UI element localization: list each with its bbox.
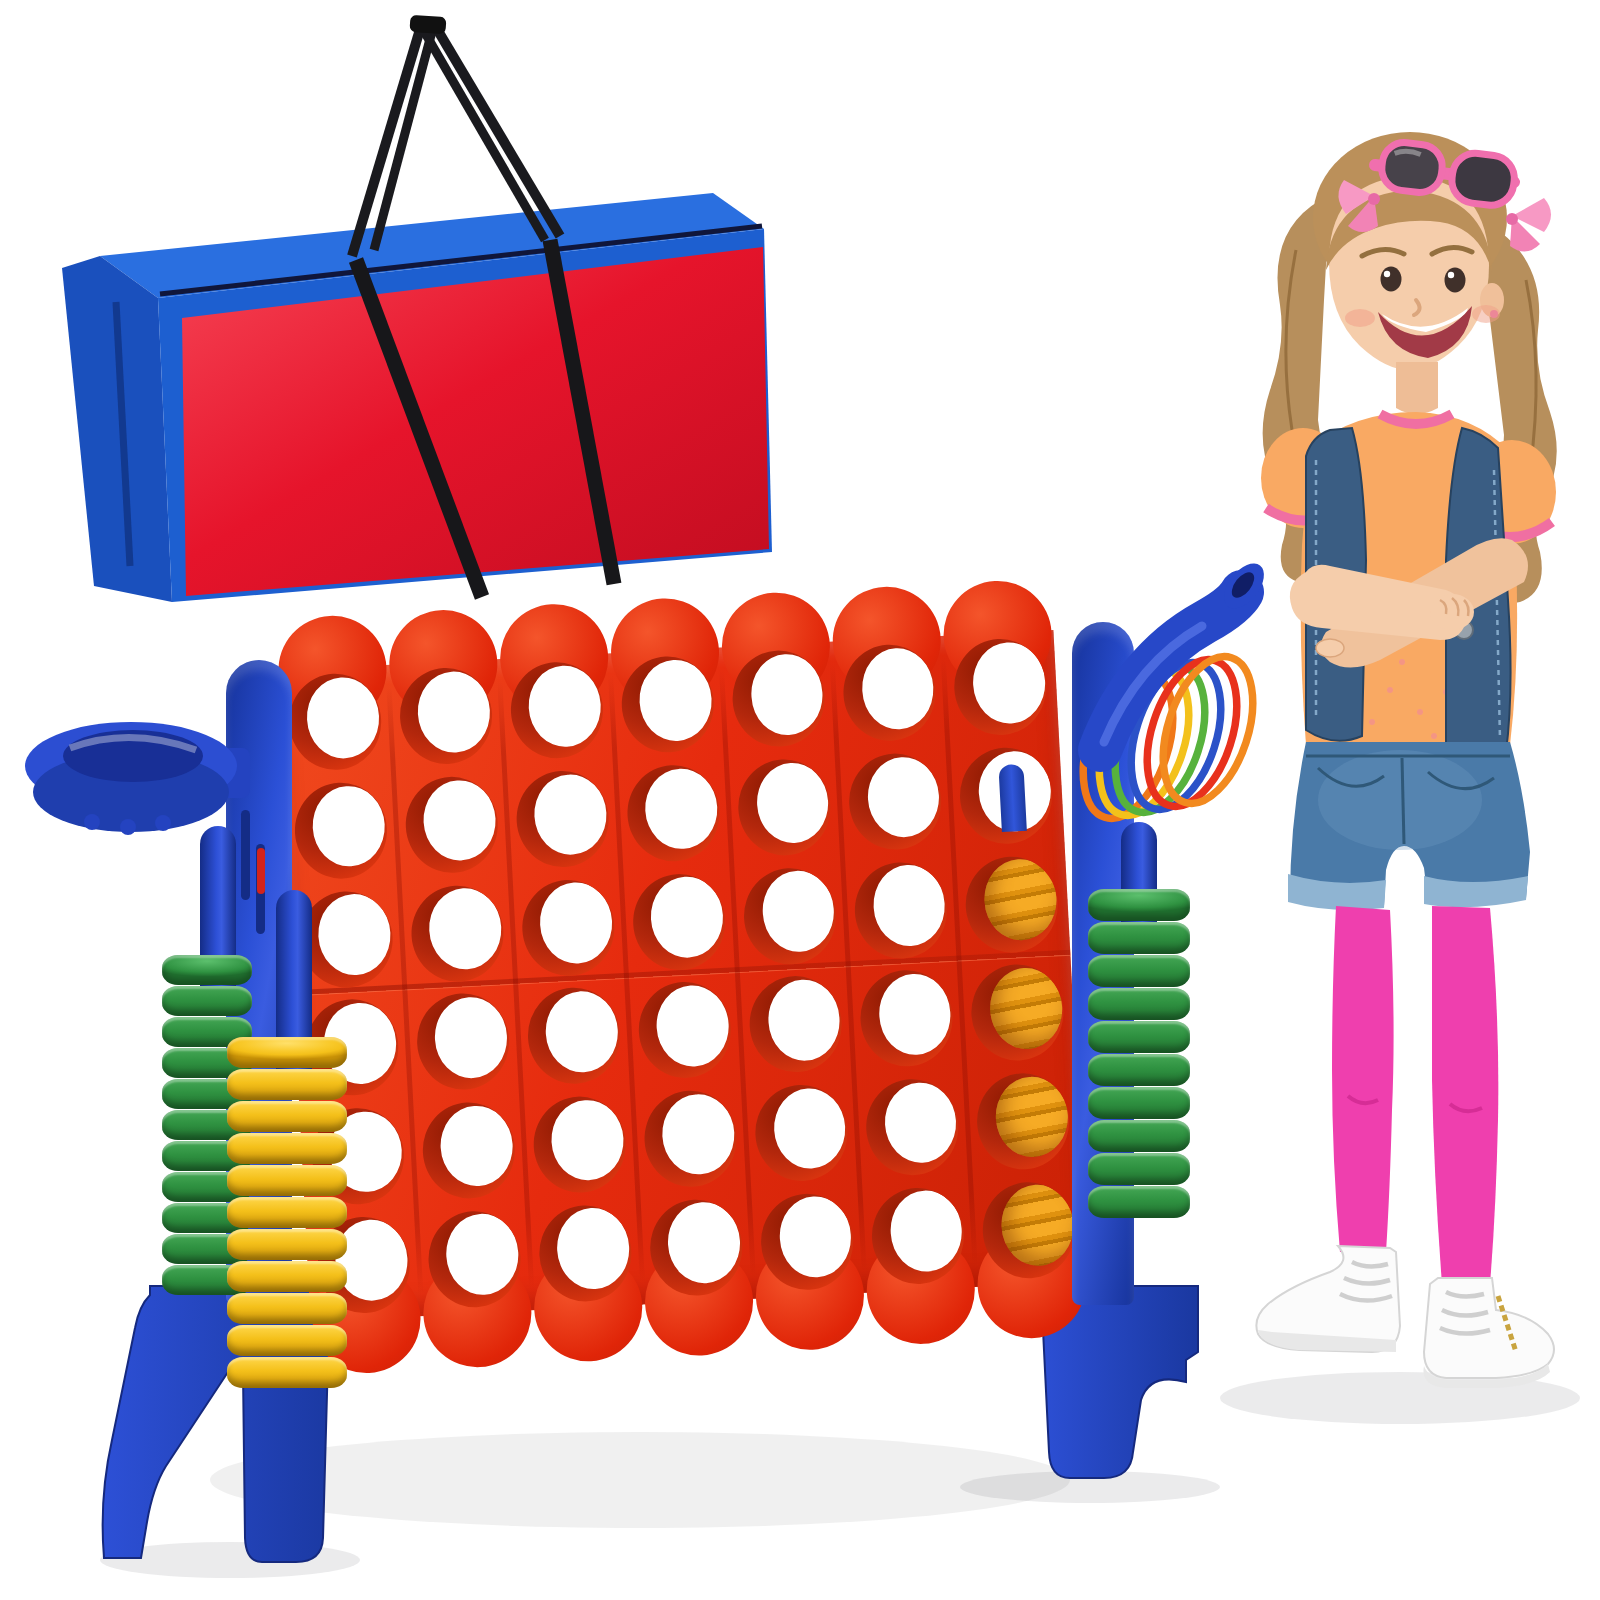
hole-opening	[644, 767, 720, 851]
yellow-disc	[227, 1197, 347, 1228]
yellow-disc	[227, 1229, 347, 1260]
empty-hole	[730, 649, 827, 750]
disc-yellow-in-board	[975, 1071, 1072, 1172]
empty-hole	[420, 1100, 517, 1201]
empty-hole	[531, 1094, 628, 1195]
board-cell-r5c3	[521, 1087, 638, 1201]
hole-opening	[638, 658, 714, 742]
empty-hole	[853, 860, 950, 961]
hole-opening	[311, 784, 387, 868]
hole-opening	[860, 647, 936, 731]
hole-opening	[866, 755, 942, 839]
green-disc	[1088, 988, 1190, 1020]
hole-opening	[533, 773, 609, 857]
green-disc	[1088, 1120, 1190, 1152]
green-disc	[162, 955, 252, 985]
eye-glint	[1448, 272, 1454, 278]
yellow-disc	[227, 1261, 347, 1292]
board-cell-r6c2	[416, 1202, 533, 1316]
hole-opening	[427, 887, 503, 971]
empty-hole	[292, 780, 389, 881]
carry-bag	[62, 15, 772, 602]
board-cell-r2c2	[393, 768, 510, 882]
board-cell-r6c7	[971, 1173, 1088, 1287]
hair-bow-right	[1506, 198, 1551, 252]
green-disc	[1088, 955, 1190, 987]
hole-opening	[755, 761, 831, 845]
board-cell-r4c6	[848, 961, 965, 1075]
board-cell-r2c1	[282, 773, 399, 887]
empty-hole	[625, 763, 722, 864]
empty-hole	[514, 769, 611, 870]
board-cell-r3c3	[510, 870, 627, 984]
board-cell-r3c7	[954, 847, 1071, 961]
disc-yellow-in-board	[964, 854, 1061, 955]
disc-yellow-in-board	[981, 1179, 1078, 1280]
eye-right	[1445, 268, 1466, 293]
hole-opening	[999, 1183, 1075, 1267]
empty-hole	[864, 1077, 961, 1178]
board-cell-r3c6	[843, 853, 960, 967]
empty-hole	[736, 757, 833, 858]
board-cell-r1c4	[609, 648, 726, 762]
disc-pile	[227, 1036, 347, 1388]
shoe-left	[1256, 1246, 1400, 1352]
empty-hole	[958, 745, 1055, 846]
hole-opening	[749, 652, 825, 736]
hole-opening	[994, 1075, 1070, 1159]
board-cell-r4c2	[405, 985, 522, 1099]
child-model	[1256, 132, 1556, 1388]
disc-pile	[1088, 888, 1190, 1218]
empty-hole	[847, 751, 944, 852]
empty-hole	[397, 666, 494, 767]
board-cell-r2c4	[615, 756, 732, 870]
board-cell-r3c4	[621, 865, 738, 979]
hole-opening	[527, 664, 603, 748]
yellow-disc	[227, 1165, 347, 1196]
empty-hole	[631, 871, 728, 972]
board-cell-r3c2	[399, 876, 516, 990]
board-cell-r1c2	[387, 659, 504, 773]
hole-opening	[766, 978, 842, 1062]
board-cell-r1c6	[831, 636, 948, 750]
hole-opening	[655, 984, 731, 1068]
empty-hole	[508, 660, 605, 761]
hole-opening	[971, 641, 1047, 725]
hole-opening	[977, 749, 1053, 833]
hole-opening	[555, 1207, 631, 1291]
eye-glint	[1384, 271, 1390, 277]
empty-hole	[648, 1197, 745, 1298]
empty-hole	[870, 1185, 967, 1286]
empty-hole	[426, 1209, 523, 1310]
shoe-right	[1423, 1278, 1554, 1388]
eye-left	[1381, 267, 1402, 292]
neck	[1396, 362, 1438, 414]
yellow-disc	[227, 1293, 347, 1324]
board-cell-r6c5	[749, 1184, 866, 1298]
board-cell-r6c6	[860, 1178, 977, 1292]
yellow-disc	[227, 1357, 347, 1388]
yellow-disc	[227, 1037, 347, 1068]
empty-hole	[409, 883, 506, 984]
connect4-board	[276, 630, 1087, 1322]
board-cell-r4c4	[626, 973, 743, 1087]
empty-hole	[742, 866, 839, 967]
hole-opening	[982, 858, 1058, 942]
empty-hole	[952, 637, 1049, 738]
board-cell-r5c6	[854, 1070, 971, 1184]
fly-seam	[1402, 758, 1404, 844]
empty-hole	[403, 775, 500, 876]
bag-handle-knot	[409, 15, 446, 34]
empty-hole	[286, 672, 383, 773]
board-cell-r2c7	[948, 739, 1065, 853]
green-disc	[1088, 922, 1190, 954]
yellow-disc	[227, 1325, 347, 1356]
board-cell-r4c5	[737, 967, 854, 1081]
yellow-disc	[227, 1133, 347, 1164]
board-cell-r1c1	[276, 665, 393, 779]
board-cell-r5c5	[743, 1076, 860, 1190]
thumb	[1316, 639, 1344, 657]
denim-wash	[1318, 750, 1482, 850]
board-cell-r5c4	[632, 1082, 749, 1196]
leg-right	[1432, 906, 1498, 1284]
board-cell-r2c5	[726, 750, 843, 864]
board-cell-r5c2	[410, 1093, 527, 1207]
green-disc	[1088, 1054, 1190, 1086]
hole-opening	[649, 875, 725, 959]
board-cell-r4c3	[516, 979, 633, 1093]
blue-peg-behind-hole	[999, 764, 1027, 833]
hole-opening	[666, 1201, 742, 1285]
disc-yellow-in-board	[969, 962, 1066, 1063]
hole-opening	[988, 966, 1064, 1050]
empty-hole	[753, 1083, 850, 1184]
board-cell-r6c4	[638, 1190, 755, 1304]
board-cell-r1c5	[720, 642, 837, 756]
hole-opening	[661, 1092, 737, 1176]
empty-hole	[520, 877, 617, 978]
empty-hole	[537, 1203, 634, 1304]
product-photo-scene	[0, 0, 1600, 1600]
board-cell-r1c7	[942, 630, 1059, 744]
board-cell-r4c7	[959, 956, 1076, 1070]
blush-left	[1345, 309, 1375, 327]
empty-hole	[525, 986, 622, 1087]
hole-opening	[544, 990, 620, 1074]
hole-opening	[772, 1087, 848, 1171]
green-disc	[1088, 1186, 1190, 1218]
hole-opening	[316, 893, 392, 977]
hole-opening	[550, 1098, 626, 1182]
leg-left	[1332, 906, 1394, 1252]
empty-hole	[858, 968, 955, 1069]
yellow-disc	[227, 1101, 347, 1132]
board-grid	[276, 630, 1087, 1322]
hole-opening	[305, 676, 381, 760]
green-disc	[1088, 889, 1190, 921]
board-cell-r1c3	[498, 653, 615, 767]
empty-hole	[414, 992, 511, 1093]
hole-opening	[433, 995, 509, 1079]
hole-opening	[777, 1195, 853, 1279]
hole-opening	[888, 1189, 964, 1273]
green-disc	[1088, 1153, 1190, 1185]
hole-opening	[538, 881, 614, 965]
empty-hole	[841, 643, 938, 744]
empty-hole	[619, 654, 716, 755]
board-cell-r2c3	[504, 762, 621, 876]
green-disc	[162, 986, 252, 1016]
board-cell-r6c3	[527, 1196, 644, 1310]
blush-right	[1472, 305, 1500, 323]
hole-opening	[444, 1212, 520, 1296]
empty-hole	[642, 1088, 739, 1189]
hole-opening	[883, 1081, 959, 1165]
hole-opening	[416, 670, 492, 754]
empty-hole	[747, 974, 844, 1075]
board-cell-r3c5	[732, 859, 849, 973]
hole-opening	[877, 972, 953, 1056]
hole-opening	[760, 869, 836, 953]
hole-opening	[439, 1104, 515, 1188]
empty-hole	[759, 1191, 856, 1292]
board-cell-r2c6	[837, 744, 954, 858]
empty-hole	[636, 980, 733, 1081]
green-disc	[1088, 1021, 1190, 1053]
hole-opening	[422, 778, 498, 862]
hole-opening	[871, 864, 947, 948]
empty-hole	[298, 889, 395, 990]
board-cell-r5c7	[965, 1064, 1082, 1178]
green-disc	[1088, 1087, 1190, 1119]
yellow-disc	[227, 1069, 347, 1100]
